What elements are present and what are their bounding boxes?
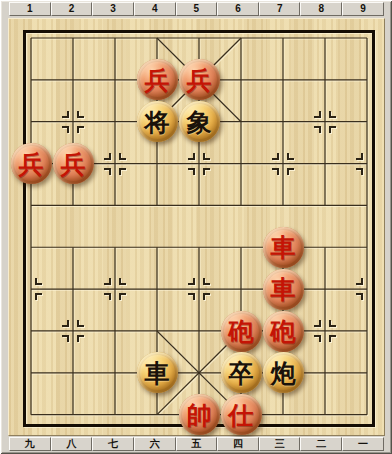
board-point-f2r8[interactable]	[52, 310, 94, 352]
board-point-f8r4[interactable]	[304, 143, 346, 185]
board-point-f2r10[interactable]	[52, 394, 94, 436]
piece-black-soldier[interactable]: 卒	[221, 352, 262, 393]
board-point-f9r2[interactable]	[346, 59, 388, 101]
board-point-f7r6[interactable]: 車	[262, 226, 304, 268]
board-point-f5r1[interactable]	[178, 17, 220, 59]
board-point-f5r2[interactable]: 兵	[178, 59, 220, 101]
board-point-f6r6[interactable]	[220, 226, 262, 268]
board-point-f2r9[interactable]	[52, 352, 94, 394]
board-point-f7r2[interactable]	[262, 59, 304, 101]
board-point-f5r6[interactable]	[178, 226, 220, 268]
piece-glyph: 仕	[229, 402, 254, 428]
file-label-top-9: 9	[342, 2, 384, 16]
board-point-f6r8[interactable]: 砲	[220, 310, 262, 352]
board-point-f8r5[interactable]	[304, 185, 346, 227]
board-point-f3r6[interactable]	[94, 226, 136, 268]
piece-glyph: 帥	[187, 402, 212, 428]
board-point-f5r10[interactable]: 帥	[178, 394, 220, 436]
file-label-top-2: 2	[51, 2, 93, 16]
board-point-f7r5[interactable]	[262, 185, 304, 227]
board-point-f8r3[interactable]	[304, 101, 346, 143]
file-label-top-7: 7	[259, 2, 301, 16]
file-label-bottom-4: 六	[134, 437, 176, 451]
piece-red-soldier[interactable]: 兵	[179, 59, 220, 100]
piece-glyph: 兵	[187, 67, 212, 93]
board-point-f5r4[interactable]	[178, 143, 220, 185]
board-point-f4r4[interactable]	[136, 143, 178, 185]
piece-glyph: 兵	[19, 151, 44, 177]
board-point-f2r6[interactable]	[52, 226, 94, 268]
board-point-f1r5[interactable]	[10, 185, 52, 227]
board-point-f2r5[interactable]	[52, 185, 94, 227]
piece-red-cannon[interactable]: 砲	[263, 311, 304, 352]
piece-red-advisor[interactable]: 仕	[221, 394, 262, 435]
board-point-f3r5[interactable]	[94, 185, 136, 227]
board-point-f4r2[interactable]: 兵	[136, 59, 178, 101]
board-point-f1r3[interactable]	[10, 101, 52, 143]
board-point-f1r2[interactable]	[10, 59, 52, 101]
board-point-f7r4[interactable]	[262, 143, 304, 185]
file-label-top-6: 6	[217, 2, 259, 16]
piece-glyph: 兵	[61, 151, 86, 177]
board-point-f1r4[interactable]: 兵	[10, 143, 52, 185]
board-point-f4r1[interactable]	[136, 17, 178, 59]
board-point-f8r9[interactable]	[304, 352, 346, 394]
piece-glyph: 砲	[271, 318, 296, 344]
board-point-f5r5[interactable]	[178, 185, 220, 227]
piece-glyph: 炮	[271, 360, 296, 386]
file-label-top-5: 5	[176, 2, 218, 16]
board-point-f8r1[interactable]	[304, 17, 346, 59]
piece-black-cannon[interactable]: 炮	[263, 352, 304, 393]
board-point-f6r4[interactable]	[220, 143, 262, 185]
board-point-f1r6[interactable]	[10, 226, 52, 268]
board-point-f2r7[interactable]	[52, 268, 94, 310]
board-point-f3r1[interactable]	[94, 17, 136, 59]
board-point-f6r7[interactable]	[220, 268, 262, 310]
board-point-f1r10[interactable]	[10, 394, 52, 436]
board-point-f3r10[interactable]	[94, 394, 136, 436]
board-point-f4r7[interactable]	[136, 268, 178, 310]
file-labels-bottom: 九八七六五四三二一	[9, 437, 384, 451]
board-point-f2r2[interactable]	[52, 59, 94, 101]
board-point-f3r2[interactable]	[94, 59, 136, 101]
file-label-bottom-9: 一	[342, 437, 384, 451]
board-point-f4r8[interactable]	[136, 310, 178, 352]
board-point-f4r10[interactable]	[136, 394, 178, 436]
board-point-f2r4[interactable]: 兵	[52, 143, 94, 185]
board-point-f9r10[interactable]	[346, 394, 388, 436]
file-label-bottom-6: 四	[217, 437, 259, 451]
board-point-f3r8[interactable]	[94, 310, 136, 352]
board-point-f7r8[interactable]: 砲	[262, 310, 304, 352]
piece-black-elephant[interactable]: 象	[179, 101, 220, 142]
board-point-f1r8[interactable]	[10, 310, 52, 352]
board-point-f1r7[interactable]	[10, 268, 52, 310]
board-point-f7r10[interactable]	[262, 394, 304, 436]
file-label-bottom-8: 二	[300, 437, 342, 451]
board-point-f3r9[interactable]	[94, 352, 136, 394]
file-labels-top: 123456789	[9, 2, 384, 16]
board-point-f2r3[interactable]	[52, 101, 94, 143]
piece-red-soldier[interactable]: 兵	[11, 143, 52, 184]
board-point-f4r3[interactable]: 将	[136, 101, 178, 143]
file-label-bottom-7: 三	[259, 437, 301, 451]
board-point-f9r7[interactable]	[346, 268, 388, 310]
board-point-f9r6[interactable]	[346, 226, 388, 268]
board-point-f9r9[interactable]	[346, 352, 388, 394]
board-point-f9r4[interactable]	[346, 143, 388, 185]
board-point-f7r9[interactable]: 炮	[262, 352, 304, 394]
piece-glyph: 車	[271, 234, 296, 260]
board-point-f1r9[interactable]	[10, 352, 52, 394]
board-point-f8r7[interactable]	[304, 268, 346, 310]
board-point-f3r4[interactable]	[94, 143, 136, 185]
board-point-f9r5[interactable]	[346, 185, 388, 227]
piece-glyph: 砲	[229, 318, 254, 344]
file-label-bottom-2: 八	[51, 437, 93, 451]
file-label-top-3: 3	[92, 2, 134, 16]
board-point-f3r3[interactable]	[94, 101, 136, 143]
piece-glyph: 車	[145, 360, 170, 386]
board-point-f4r9[interactable]: 車	[136, 352, 178, 394]
board-point-f5r7[interactable]	[178, 268, 220, 310]
piece-red-general[interactable]: 帥	[179, 394, 220, 435]
board-point-f8r2[interactable]	[304, 59, 346, 101]
board-point-f6r10[interactable]: 仕	[220, 394, 262, 436]
board-point-f9r8[interactable]	[346, 310, 388, 352]
board-point-f6r9[interactable]: 卒	[220, 352, 262, 394]
piece-glyph: 卒	[229, 360, 254, 386]
board-point-f6r5[interactable]	[220, 185, 262, 227]
file-label-bottom-1: 九	[9, 437, 51, 451]
file-label-top-8: 8	[300, 2, 342, 16]
board-point-f7r1[interactable]	[262, 17, 304, 59]
board-point-f4r6[interactable]	[136, 226, 178, 268]
piece-glyph: 車	[271, 276, 296, 302]
piece-red-soldier[interactable]: 兵	[137, 59, 178, 100]
piece-red-chariot[interactable]: 車	[263, 269, 304, 310]
board-point-f9r1[interactable]	[346, 17, 388, 59]
board-point-f6r1[interactable]	[220, 17, 262, 59]
board-point-f9r3[interactable]	[346, 101, 388, 143]
piece-red-chariot[interactable]: 車	[263, 227, 304, 268]
file-label-bottom-5: 五	[176, 437, 218, 451]
piece-black-general[interactable]: 将	[137, 101, 178, 142]
file-label-bottom-3: 七	[92, 437, 134, 451]
piece-red-soldier[interactable]: 兵	[53, 143, 94, 184]
board-point-f6r2[interactable]	[220, 59, 262, 101]
xiangqi-board-window: 123456789 兵兵将象兵兵車車砲砲車卒炮帥仕 九八七六五四三二一	[0, 0, 392, 454]
board-point-f6r3[interactable]	[220, 101, 262, 143]
board-point-f3r7[interactable]	[94, 268, 136, 310]
board-point-f2r1[interactable]	[52, 17, 94, 59]
file-label-top-4: 4	[134, 2, 176, 16]
board-point-f5r8[interactable]	[178, 310, 220, 352]
board-point-f5r9[interactable]	[178, 352, 220, 394]
piece-glyph: 将	[145, 109, 170, 135]
board-grid: 兵兵将象兵兵車車砲砲車卒炮帥仕	[10, 17, 388, 435]
board-point-f8r10[interactable]	[304, 394, 346, 436]
board-point-f1r1[interactable]	[10, 17, 52, 59]
piece-glyph: 兵	[145, 67, 170, 93]
board-point-f8r6[interactable]	[304, 226, 346, 268]
board-point-f7r3[interactable]	[262, 101, 304, 143]
piece-red-cannon[interactable]: 砲	[221, 311, 262, 352]
board-point-f4r5[interactable]	[136, 185, 178, 227]
piece-black-chariot[interactable]: 車	[137, 352, 178, 393]
file-label-top-1: 1	[9, 2, 51, 16]
piece-glyph: 象	[187, 109, 212, 135]
board-point-f8r8[interactable]	[304, 310, 346, 352]
board-point-f7r7[interactable]: 車	[262, 268, 304, 310]
board-point-f5r3[interactable]: 象	[178, 101, 220, 143]
